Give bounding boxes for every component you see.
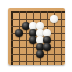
stone-grid [9,9,65,65]
white-stone [50,15,58,23]
black-stone [43,43,51,51]
board-vertical-line [26,11,27,65]
black-stone [36,50,44,58]
black-stone [15,29,23,37]
board-horizontal-line [11,61,65,62]
board-vertical-line [61,11,62,65]
app-icon-background [0,0,72,72]
go-board [8,8,65,65]
